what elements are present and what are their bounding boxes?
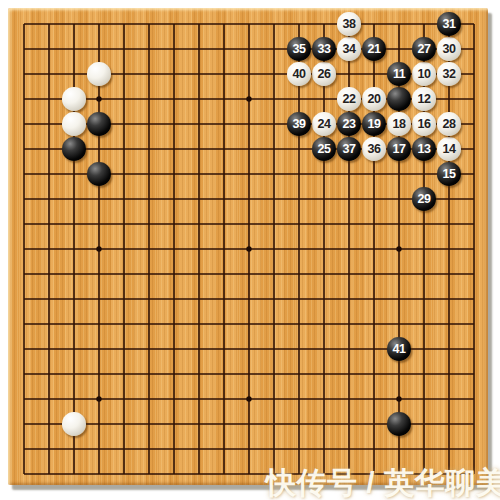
move-number-label: 33 (318, 43, 331, 56)
white-stone-30: 30 (437, 37, 461, 61)
move-number-label: 23 (343, 118, 356, 131)
move-number-label: 38 (343, 18, 356, 31)
black-stone (387, 87, 411, 111)
move-number-label: 37 (343, 143, 356, 156)
white-stone-24: 24 (312, 112, 336, 136)
move-number-label: 14 (443, 143, 456, 156)
black-stone (387, 412, 411, 436)
white-stone-40: 40 (287, 62, 311, 86)
move-number-label: 19 (368, 118, 381, 131)
white-stone-18: 18 (387, 112, 411, 136)
move-number-label: 24 (318, 118, 331, 131)
black-stone-27: 27 (412, 37, 436, 61)
move-number-label: 22 (343, 93, 356, 106)
go-board[interactable]: 1011121314151617181920212223242526272829… (8, 8, 488, 485)
move-number-label: 17 (393, 143, 406, 156)
black-stone-17: 17 (387, 137, 411, 161)
move-number-label: 11 (393, 68, 405, 81)
black-stone-35: 35 (287, 37, 311, 61)
white-stone-34: 34 (337, 37, 361, 61)
black-stone (87, 162, 111, 186)
move-number-label: 18 (393, 118, 406, 131)
move-number-label: 29 (418, 193, 431, 206)
move-number-label: 12 (418, 93, 431, 106)
move-number-label: 31 (443, 18, 456, 31)
move-number-label: 10 (418, 68, 431, 81)
move-number-label: 25 (318, 143, 331, 156)
white-stone-12: 12 (412, 87, 436, 111)
black-stone-11: 11 (387, 62, 411, 86)
white-stone-32: 32 (437, 62, 461, 86)
black-stone-31: 31 (437, 12, 461, 36)
black-stone-37: 37 (337, 137, 361, 161)
white-stone-28: 28 (437, 112, 461, 136)
move-number-label: 13 (418, 143, 431, 156)
black-stone-23: 23 (337, 112, 361, 136)
black-stone (62, 137, 86, 161)
white-stone-26: 26 (312, 62, 336, 86)
white-stone-14: 14 (437, 137, 461, 161)
move-number-label: 36 (368, 143, 381, 156)
black-stone-21: 21 (362, 37, 386, 61)
black-stone-39: 39 (287, 112, 311, 136)
watermark-text: 快传号 / 英华聊美食 (266, 463, 500, 500)
page: 1011121314151617181920212223242526272829… (0, 0, 500, 500)
black-stone-29: 29 (412, 187, 436, 211)
move-number-label: 35 (293, 43, 306, 56)
move-number-label: 40 (293, 68, 306, 81)
move-number-label: 15 (443, 168, 456, 181)
stones-grid: 1011121314151617181920212223242526272829… (12, 12, 487, 487)
white-stone (62, 412, 86, 436)
white-stone-22: 22 (337, 87, 361, 111)
white-stone-36: 36 (362, 137, 386, 161)
move-number-label: 30 (443, 43, 456, 56)
white-stone-10: 10 (412, 62, 436, 86)
move-number-label: 39 (293, 118, 306, 131)
black-stone-15: 15 (437, 162, 461, 186)
white-stone (62, 87, 86, 111)
white-stone-38: 38 (337, 12, 361, 36)
black-stone-41: 41 (387, 337, 411, 361)
move-number-label: 32 (443, 68, 456, 81)
move-number-label: 41 (393, 343, 406, 356)
black-stone-19: 19 (362, 112, 386, 136)
move-number-label: 21 (368, 43, 381, 56)
black-stone-25: 25 (312, 137, 336, 161)
black-stone-13: 13 (412, 137, 436, 161)
move-number-label: 20 (368, 93, 381, 106)
white-stone-16: 16 (412, 112, 436, 136)
white-stone (62, 112, 86, 136)
move-number-label: 34 (343, 43, 356, 56)
white-stone-20: 20 (362, 87, 386, 111)
black-stone-33: 33 (312, 37, 336, 61)
move-number-label: 27 (418, 43, 431, 56)
white-stone (87, 62, 111, 86)
black-stone (87, 112, 111, 136)
move-number-label: 26 (318, 68, 331, 81)
move-number-label: 16 (418, 118, 431, 131)
move-number-label: 28 (443, 118, 456, 131)
